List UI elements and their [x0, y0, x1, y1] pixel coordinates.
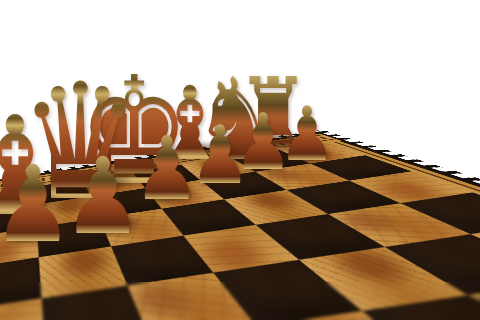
photo-stage: ♝♛♚♝♞♜♟♟♟♟♟♟: [0, 0, 480, 320]
piece-white-pawn-d2[interactable]: ♟: [63, 144, 143, 250]
piece-white-pawn-e2[interactable]: ♟: [134, 125, 200, 213]
depth-of-field-blur: [0, 282, 480, 320]
piece-white-pawn-c2[interactable]: ♟: [0, 152, 73, 258]
